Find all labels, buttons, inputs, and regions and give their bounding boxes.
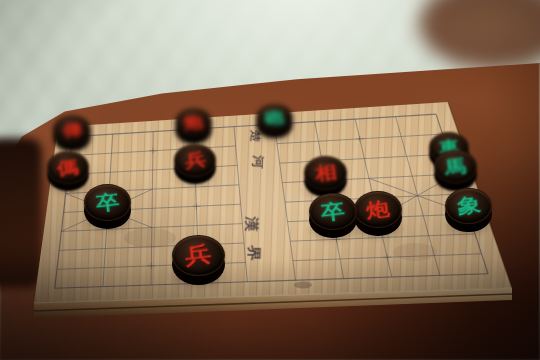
piece-character: 相 xyxy=(314,163,338,183)
piece-character: 砲 xyxy=(264,109,284,126)
piece-green-馬[interactable]: 馬 xyxy=(434,150,477,190)
piece-top: 傌 xyxy=(47,151,90,184)
piece-top: 馬 xyxy=(434,150,477,183)
piece-red-兵[interactable]: 兵 xyxy=(172,235,225,285)
piece-red-相[interactable]: 相 xyxy=(304,156,347,197)
piece-character: 炮 xyxy=(183,114,203,131)
piece-character: 兵 xyxy=(184,151,207,171)
piece-character: 炮 xyxy=(365,199,391,221)
piece-top: 象 xyxy=(445,188,492,225)
piece-red-俥[interactable]: 俥 xyxy=(53,115,91,151)
piece-top: 卒 xyxy=(309,193,357,230)
pieces-layer: 俥傌卒炮兵兵砲相卒炮車馬象 xyxy=(0,0,540,360)
piece-character: 卒 xyxy=(320,200,346,222)
piece-red-兵[interactable]: 兵 xyxy=(174,144,216,184)
piece-top: 相 xyxy=(304,156,347,190)
piece-red-傌[interactable]: 傌 xyxy=(47,151,90,191)
photo-scene: 楚河漢界 俥傌卒炮兵兵砲相卒炮車馬象 xyxy=(0,0,540,360)
piece-character: 馬 xyxy=(444,157,467,177)
piece-top: 炮 xyxy=(354,191,402,228)
piece-green-象[interactable]: 象 xyxy=(445,188,492,233)
piece-green-卒[interactable]: 卒 xyxy=(84,184,131,228)
piece-character: 卒 xyxy=(95,192,120,214)
piece-red-炮[interactable]: 炮 xyxy=(175,108,212,143)
piece-top: 卒 xyxy=(84,184,131,220)
piece-top: 兵 xyxy=(174,144,216,177)
piece-top: 兵 xyxy=(172,235,225,276)
piece-character: 傌 xyxy=(56,157,79,177)
piece-green-卒[interactable]: 卒 xyxy=(309,193,357,238)
piece-character: 兵 xyxy=(184,243,213,268)
piece-red-炮[interactable]: 炮 xyxy=(354,191,402,236)
piece-character: 象 xyxy=(456,195,482,217)
piece-top: 砲 xyxy=(256,104,293,133)
piece-character: 俥 xyxy=(62,121,83,139)
piece-green-砲[interactable]: 砲 xyxy=(256,104,293,139)
